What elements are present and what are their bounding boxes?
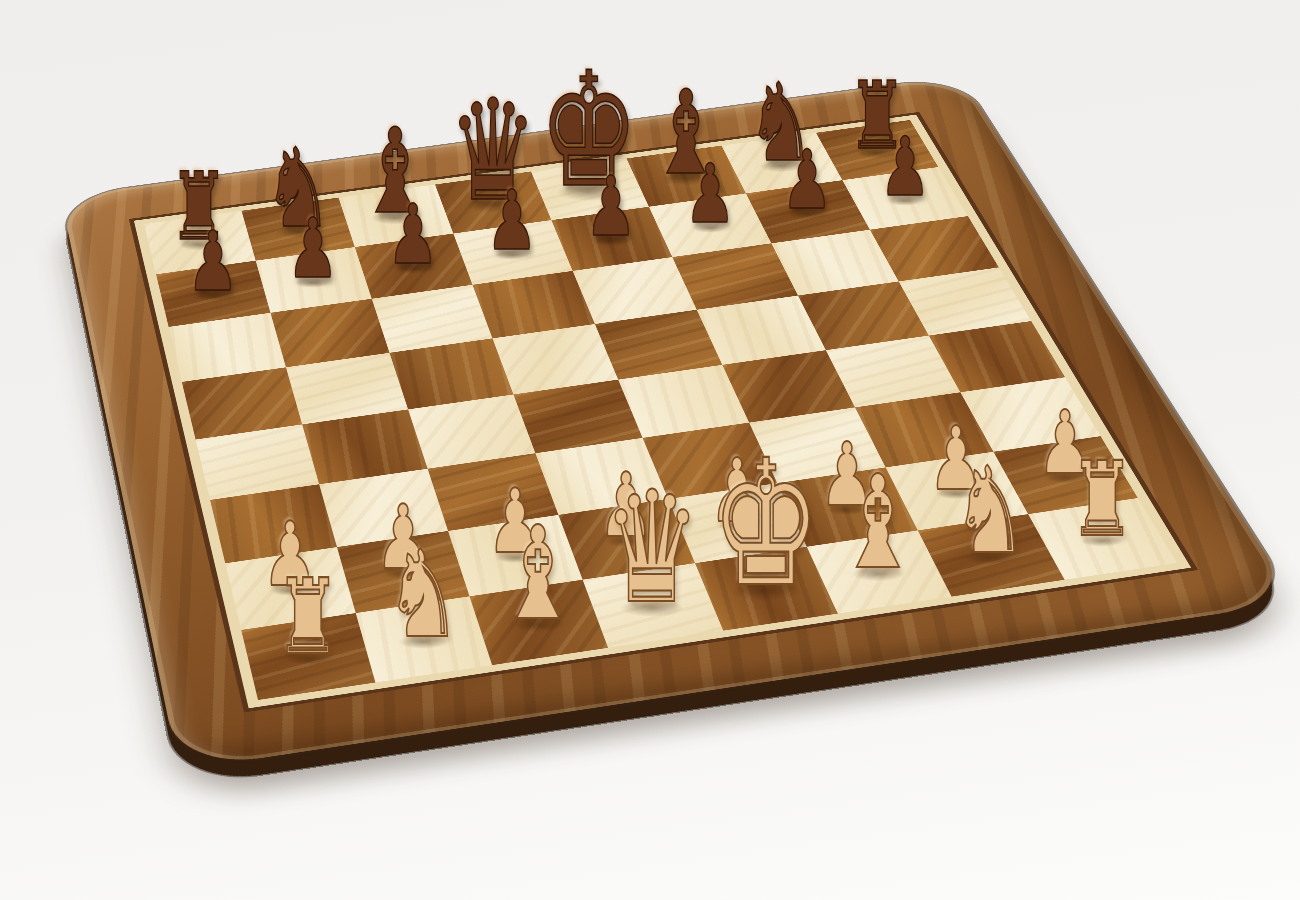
chess-board (61, 76, 1296, 771)
scene: ♜♞♝♛♚♝♞♜♟♟♟♟♟♟♟♟♟♟♟♟♟♟♟♟♜♞♝♛♚♝♞♜ (0, 0, 1300, 900)
square-b1 (356, 596, 492, 682)
playing-area (144, 120, 1177, 700)
square-a1 (241, 613, 375, 700)
